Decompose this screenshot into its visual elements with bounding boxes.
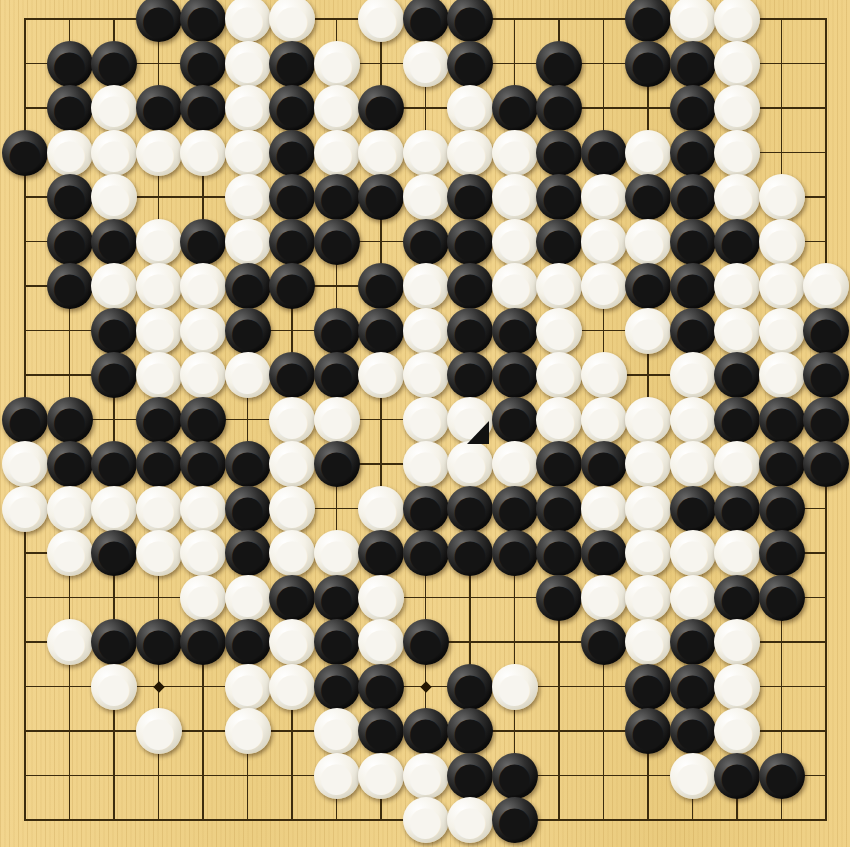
- black-stone[interactable]: ●: [225, 308, 271, 354]
- intersection[interactable]: ●: [581, 353, 626, 398]
- black-stone[interactable]: ●: [91, 41, 137, 87]
- intersection[interactable]: ●: [626, 575, 671, 620]
- black-stone[interactable]: ●: [91, 441, 137, 487]
- black-stone[interactable]: ●: [492, 397, 538, 443]
- black-stone[interactable]: ●: [136, 619, 182, 665]
- intersection[interactable]: ●: [537, 264, 582, 309]
- black-stone[interactable]: ●: [314, 664, 360, 710]
- intersection[interactable]: [537, 664, 582, 709]
- intersection[interactable]: ●: [225, 86, 270, 131]
- white-stone[interactable]: ●: [136, 708, 182, 754]
- intersection[interactable]: [3, 798, 48, 843]
- black-stone[interactable]: ●: [714, 219, 760, 265]
- intersection[interactable]: [3, 664, 48, 709]
- black-stone[interactable]: ●: [269, 174, 315, 220]
- intersection[interactable]: [626, 353, 671, 398]
- white-stone[interactable]: ●: [625, 308, 671, 354]
- white-stone[interactable]: ●: [180, 486, 226, 532]
- intersection[interactable]: ●: [492, 753, 537, 798]
- black-stone[interactable]: ●: [91, 352, 137, 398]
- intersection[interactable]: ●: [47, 264, 92, 309]
- intersection[interactable]: ●: [181, 308, 226, 353]
- intersection[interactable]: [359, 219, 404, 264]
- intersection[interactable]: [804, 41, 849, 86]
- intersection[interactable]: [47, 575, 92, 620]
- intersection[interactable]: ●: [448, 175, 493, 220]
- intersection[interactable]: ●: [537, 41, 582, 86]
- black-stone[interactable]: ●: [670, 619, 716, 665]
- white-stone[interactable]: ●: [536, 308, 582, 354]
- intersection[interactable]: ●: [314, 308, 359, 353]
- intersection[interactable]: [581, 308, 626, 353]
- intersection[interactable]: ●: [626, 130, 671, 175]
- intersection[interactable]: [492, 709, 537, 754]
- black-stone[interactable]: ●: [47, 397, 93, 443]
- intersection[interactable]: ●: [314, 620, 359, 665]
- black-stone[interactable]: ●: [269, 263, 315, 309]
- intersection[interactable]: ●: [715, 219, 760, 264]
- intersection[interactable]: ●: [359, 753, 404, 798]
- intersection[interactable]: ●: [314, 130, 359, 175]
- white-stone[interactable]: ●: [358, 0, 404, 42]
- intersection[interactable]: ●: [92, 130, 137, 175]
- intersection[interactable]: ●: [626, 620, 671, 665]
- black-stone[interactable]: ●: [447, 174, 493, 220]
- white-stone[interactable]: ●: [492, 219, 538, 265]
- intersection[interactable]: [759, 41, 804, 86]
- intersection[interactable]: ●: [581, 397, 626, 442]
- intersection[interactable]: [359, 397, 404, 442]
- intersection[interactable]: [804, 0, 849, 41]
- black-stone[interactable]: ●: [403, 486, 449, 532]
- intersection[interactable]: ●: [136, 86, 181, 131]
- intersection[interactable]: ●: [759, 486, 804, 531]
- intersection[interactable]: ●: [314, 575, 359, 620]
- black-stone[interactable]: ●: [714, 397, 760, 443]
- white-stone[interactable]: ●: [180, 530, 226, 576]
- intersection[interactable]: ●: [403, 41, 448, 86]
- intersection[interactable]: ●: [47, 486, 92, 531]
- intersection[interactable]: [3, 753, 48, 798]
- white-stone[interactable]: ●: [581, 219, 627, 265]
- intersection[interactable]: ●: [270, 620, 315, 665]
- white-stone[interactable]: ●: [225, 130, 271, 176]
- black-stone[interactable]: ●: [670, 85, 716, 131]
- intersection[interactable]: [47, 308, 92, 353]
- intersection[interactable]: [804, 575, 849, 620]
- intersection[interactable]: ●: [448, 753, 493, 798]
- intersection[interactable]: ●: [537, 486, 582, 531]
- intersection[interactable]: ●: [492, 664, 537, 709]
- intersection[interactable]: [359, 442, 404, 487]
- intersection[interactable]: ●: [670, 397, 715, 442]
- intersection[interactable]: ●: [448, 41, 493, 86]
- intersection[interactable]: [3, 86, 48, 131]
- intersection[interactable]: ●: [92, 86, 137, 131]
- intersection[interactable]: [3, 0, 48, 41]
- intersection[interactable]: [804, 86, 849, 131]
- intersection[interactable]: [759, 130, 804, 175]
- intersection[interactable]: ●: [3, 442, 48, 487]
- black-stone[interactable]: ●: [536, 486, 582, 532]
- intersection[interactable]: ●: [225, 620, 270, 665]
- intersection[interactable]: ●: [670, 175, 715, 220]
- black-stone[interactable]: ●: [314, 619, 360, 665]
- white-stone[interactable]: ●: [714, 664, 760, 710]
- intersection[interactable]: ●: [670, 709, 715, 754]
- white-stone[interactable]: ●: [269, 397, 315, 443]
- black-stone[interactable]: ●: [91, 619, 137, 665]
- intersection[interactable]: ●: [492, 531, 537, 576]
- intersection[interactable]: ●: [804, 308, 849, 353]
- black-stone[interactable]: ●: [314, 352, 360, 398]
- white-stone[interactable]: ●: [269, 619, 315, 665]
- intersection[interactable]: ●: [270, 0, 315, 41]
- black-stone[interactable]: ●: [403, 530, 449, 576]
- intersection[interactable]: ●: [92, 353, 137, 398]
- intersection[interactable]: [804, 531, 849, 576]
- intersection[interactable]: [804, 219, 849, 264]
- intersection[interactable]: ●: [537, 531, 582, 576]
- intersection[interactable]: ●: [225, 531, 270, 576]
- intersection[interactable]: [136, 575, 181, 620]
- intersection[interactable]: [181, 709, 226, 754]
- white-stone[interactable]: ●: [358, 619, 404, 665]
- intersection[interactable]: ●: [314, 442, 359, 487]
- intersection[interactable]: ●: [715, 397, 760, 442]
- intersection[interactable]: [537, 0, 582, 41]
- intersection[interactable]: ●: [537, 442, 582, 487]
- white-stone[interactable]: ●: [269, 441, 315, 487]
- intersection[interactable]: ●: [3, 486, 48, 531]
- intersection[interactable]: [537, 709, 582, 754]
- intersection[interactable]: [804, 175, 849, 220]
- intersection[interactable]: [3, 575, 48, 620]
- intersection[interactable]: ●: [403, 753, 448, 798]
- intersection[interactable]: ●: [670, 86, 715, 131]
- intersection[interactable]: [359, 41, 404, 86]
- intersection[interactable]: ●: [626, 709, 671, 754]
- white-stone[interactable]: ●: [714, 85, 760, 131]
- intersection[interactable]: ●: [92, 442, 137, 487]
- intersection[interactable]: ●: [3, 397, 48, 442]
- intersection[interactable]: ●: [136, 353, 181, 398]
- black-stone[interactable]: ●: [136, 85, 182, 131]
- black-stone[interactable]: ●: [670, 664, 716, 710]
- black-stone[interactable]: ●: [2, 397, 48, 443]
- black-stone[interactable]: ●: [625, 263, 671, 309]
- intersection[interactable]: [92, 0, 137, 41]
- white-stone[interactable]: ●: [91, 130, 137, 176]
- intersection[interactable]: ●: [670, 531, 715, 576]
- intersection[interactable]: ●: [359, 86, 404, 131]
- intersection[interactable]: [581, 709, 626, 754]
- intersection[interactable]: ●: [359, 353, 404, 398]
- white-stone[interactable]: ●: [581, 174, 627, 220]
- intersection[interactable]: ●: [626, 531, 671, 576]
- black-stone[interactable]: ●: [403, 619, 449, 665]
- intersection[interactable]: ●: [314, 531, 359, 576]
- black-stone[interactable]: ●: [803, 308, 849, 354]
- white-stone[interactable]: ●: [91, 486, 137, 532]
- intersection[interactable]: ●: [448, 442, 493, 487]
- intersection[interactable]: ●: [136, 264, 181, 309]
- white-stone[interactable]: ●: [225, 41, 271, 87]
- white-stone[interactable]: ●: [714, 308, 760, 354]
- white-stone[interactable]: ●: [225, 575, 271, 621]
- intersection[interactable]: ●: [715, 353, 760, 398]
- intersection[interactable]: ●: [136, 531, 181, 576]
- intersection[interactable]: ●: [670, 264, 715, 309]
- intersection[interactable]: [3, 308, 48, 353]
- black-stone[interactable]: ●: [492, 530, 538, 576]
- black-stone[interactable]: ●: [803, 352, 849, 398]
- intersection[interactable]: ●: [537, 130, 582, 175]
- black-stone[interactable]: ●: [670, 486, 716, 532]
- white-stone[interactable]: ●: [759, 174, 805, 220]
- black-stone[interactable]: ●: [581, 619, 627, 665]
- intersection[interactable]: ●: [181, 397, 226, 442]
- white-stone[interactable]: ●: [2, 486, 48, 532]
- intersection[interactable]: ●: [136, 130, 181, 175]
- white-stone[interactable]: ●: [492, 130, 538, 176]
- intersection[interactable]: ●: [715, 664, 760, 709]
- white-stone[interactable]: ●: [447, 441, 493, 487]
- intersection[interactable]: ●: [581, 442, 626, 487]
- black-stone[interactable]: ●: [403, 219, 449, 265]
- intersection[interactable]: ●: [136, 219, 181, 264]
- black-stone[interactable]: ●: [759, 575, 805, 621]
- white-stone[interactable]: ●: [492, 664, 538, 710]
- white-stone[interactable]: ●: [536, 397, 582, 443]
- white-stone[interactable]: ●: [447, 797, 493, 843]
- intersection[interactable]: ●: [225, 442, 270, 487]
- intersection[interactable]: ●: [225, 0, 270, 41]
- intersection[interactable]: ●: [314, 41, 359, 86]
- intersection[interactable]: ●: [136, 442, 181, 487]
- black-stone[interactable]: ●: [180, 397, 226, 443]
- black-stone[interactable]: ●: [447, 530, 493, 576]
- intersection[interactable]: ●: [759, 353, 804, 398]
- white-stone[interactable]: ●: [447, 130, 493, 176]
- intersection[interactable]: ●: [804, 264, 849, 309]
- intersection[interactable]: ●: [537, 219, 582, 264]
- white-stone[interactable]: ●: [136, 263, 182, 309]
- intersection[interactable]: ●: [626, 175, 671, 220]
- intersection[interactable]: ●: [626, 442, 671, 487]
- intersection[interactable]: ●: [47, 175, 92, 220]
- black-stone[interactable]: ●: [403, 708, 449, 754]
- intersection[interactable]: ●: [270, 86, 315, 131]
- intersection[interactable]: ●: [403, 620, 448, 665]
- intersection[interactable]: ●: [448, 86, 493, 131]
- black-stone[interactable]: ●: [447, 263, 493, 309]
- white-stone[interactable]: ●: [269, 0, 315, 42]
- intersection[interactable]: ●: [403, 264, 448, 309]
- black-stone[interactable]: ●: [91, 530, 137, 576]
- black-stone[interactable]: ●: [625, 0, 671, 42]
- black-stone[interactable]: ●: [91, 308, 137, 354]
- intersection[interactable]: ●: [715, 620, 760, 665]
- black-stone[interactable]: ●: [803, 441, 849, 487]
- white-stone[interactable]: ●: [625, 575, 671, 621]
- intersection[interactable]: ●: [715, 486, 760, 531]
- intersection[interactable]: ●: [225, 575, 270, 620]
- intersection[interactable]: ●: [626, 486, 671, 531]
- intersection[interactable]: ●: [670, 575, 715, 620]
- white-stone[interactable]: ●: [403, 41, 449, 87]
- black-stone[interactable]: ●: [91, 219, 137, 265]
- intersection[interactable]: ●: [403, 397, 448, 442]
- intersection[interactable]: ●: [448, 664, 493, 709]
- intersection[interactable]: [804, 130, 849, 175]
- black-stone[interactable]: ●: [225, 530, 271, 576]
- intersection[interactable]: ●: [403, 219, 448, 264]
- white-stone[interactable]: ●: [625, 530, 671, 576]
- intersection[interactable]: ●: [448, 798, 493, 843]
- white-stone[interactable]: ●: [759, 352, 805, 398]
- intersection[interactable]: ●: [715, 0, 760, 41]
- white-stone[interactable]: ●: [714, 530, 760, 576]
- intersection[interactable]: [626, 86, 671, 131]
- intersection[interactable]: ●: [92, 41, 137, 86]
- white-stone[interactable]: ●: [314, 530, 360, 576]
- intersection[interactable]: ●: [670, 219, 715, 264]
- intersection[interactable]: ●: [626, 0, 671, 41]
- black-stone[interactable]: ●: [358, 664, 404, 710]
- black-stone[interactable]: ●: [581, 130, 627, 176]
- intersection[interactable]: [759, 620, 804, 665]
- intersection[interactable]: [759, 709, 804, 754]
- white-stone[interactable]: ●: [447, 85, 493, 131]
- intersection[interactable]: [136, 175, 181, 220]
- intersection[interactable]: ●: [92, 486, 137, 531]
- white-stone[interactable]: ●: [136, 219, 182, 265]
- black-stone[interactable]: ●: [714, 753, 760, 799]
- intersection[interactable]: ●: [314, 353, 359, 398]
- intersection[interactable]: ●: [715, 86, 760, 131]
- intersection[interactable]: [92, 397, 137, 442]
- intersection[interactable]: ●: [403, 486, 448, 531]
- intersection[interactable]: [47, 709, 92, 754]
- intersection[interactable]: [314, 0, 359, 41]
- intersection[interactable]: ●: [314, 709, 359, 754]
- intersection[interactable]: ●: [537, 175, 582, 220]
- intersection[interactable]: ●: [403, 442, 448, 487]
- white-stone[interactable]: ●: [269, 664, 315, 710]
- intersection[interactable]: ●: [448, 531, 493, 576]
- intersection[interactable]: [403, 664, 448, 709]
- intersection[interactable]: [804, 753, 849, 798]
- intersection[interactable]: [47, 798, 92, 843]
- intersection[interactable]: [537, 620, 582, 665]
- intersection[interactable]: ●: [181, 353, 226, 398]
- black-stone[interactable]: ●: [314, 308, 360, 354]
- intersection[interactable]: ●: [759, 531, 804, 576]
- black-stone[interactable]: ●: [447, 352, 493, 398]
- black-stone[interactable]: ●: [759, 441, 805, 487]
- white-stone[interactable]: ●: [225, 352, 271, 398]
- white-stone[interactable]: ●: [714, 708, 760, 754]
- white-stone[interactable]: ●: [136, 352, 182, 398]
- intersection[interactable]: [403, 86, 448, 131]
- black-stone[interactable]: ●: [536, 441, 582, 487]
- black-stone[interactable]: ●: [447, 486, 493, 532]
- intersection[interactable]: ●: [181, 442, 226, 487]
- intersection[interactable]: [581, 0, 626, 41]
- intersection[interactable]: ●: [670, 41, 715, 86]
- black-stone[interactable]: ●: [180, 219, 226, 265]
- black-stone[interactable]: ●: [536, 219, 582, 265]
- white-stone[interactable]: ●: [625, 441, 671, 487]
- intersection[interactable]: [181, 175, 226, 220]
- intersection[interactable]: ●: [359, 0, 404, 41]
- black-stone[interactable]: ●: [447, 753, 493, 799]
- intersection[interactable]: ●: [181, 486, 226, 531]
- intersection[interactable]: ●: [47, 130, 92, 175]
- white-stone[interactable]: ●: [581, 352, 627, 398]
- white-stone[interactable]: ●: [91, 174, 137, 220]
- intersection[interactable]: ●: [403, 531, 448, 576]
- intersection[interactable]: ●: [47, 620, 92, 665]
- intersection[interactable]: [537, 798, 582, 843]
- intersection[interactable]: ●: [759, 308, 804, 353]
- intersection[interactable]: ●: [225, 664, 270, 709]
- intersection[interactable]: ●: [136, 709, 181, 754]
- intersection[interactable]: ●: [359, 531, 404, 576]
- intersection[interactable]: ●: [759, 397, 804, 442]
- intersection[interactable]: ●: [670, 486, 715, 531]
- intersection[interactable]: [492, 0, 537, 41]
- white-stone[interactable]: ●: [670, 397, 716, 443]
- white-stone[interactable]: ●: [581, 486, 627, 532]
- black-stone[interactable]: ●: [2, 130, 48, 176]
- intersection[interactable]: ●: [359, 620, 404, 665]
- black-stone[interactable]: ●: [447, 41, 493, 87]
- black-stone[interactable]: ●: [536, 41, 582, 87]
- intersection[interactable]: [626, 798, 671, 843]
- intersection[interactable]: ●: [448, 130, 493, 175]
- intersection[interactable]: [804, 620, 849, 665]
- intersection[interactable]: ●: [359, 709, 404, 754]
- intersection[interactable]: [492, 620, 537, 665]
- white-stone[interactable]: ●: [269, 530, 315, 576]
- intersection[interactable]: [581, 41, 626, 86]
- intersection[interactable]: ●: [715, 308, 760, 353]
- intersection[interactable]: ●: [270, 575, 315, 620]
- white-stone[interactable]: ●: [670, 753, 716, 799]
- intersection[interactable]: ●: [3, 130, 48, 175]
- intersection[interactable]: ●: [270, 41, 315, 86]
- white-stone[interactable]: ●: [803, 263, 849, 309]
- white-stone[interactable]: ●: [136, 308, 182, 354]
- black-stone[interactable]: ●: [314, 441, 360, 487]
- intersection[interactable]: ●: [225, 219, 270, 264]
- intersection[interactable]: ●: [804, 397, 849, 442]
- black-stone[interactable]: ●: [358, 85, 404, 131]
- intersection[interactable]: ●: [403, 709, 448, 754]
- intersection[interactable]: ●: [715, 130, 760, 175]
- intersection[interactable]: ●: [759, 753, 804, 798]
- white-stone[interactable]: ●: [403, 352, 449, 398]
- white-stone[interactable]: ●: [358, 753, 404, 799]
- intersection[interactable]: ●: [225, 353, 270, 398]
- intersection[interactable]: [92, 575, 137, 620]
- intersection[interactable]: ●: [448, 0, 493, 41]
- white-stone[interactable]: ●: [759, 263, 805, 309]
- black-stone[interactable]: ●: [314, 174, 360, 220]
- black-stone[interactable]: ●: [180, 441, 226, 487]
